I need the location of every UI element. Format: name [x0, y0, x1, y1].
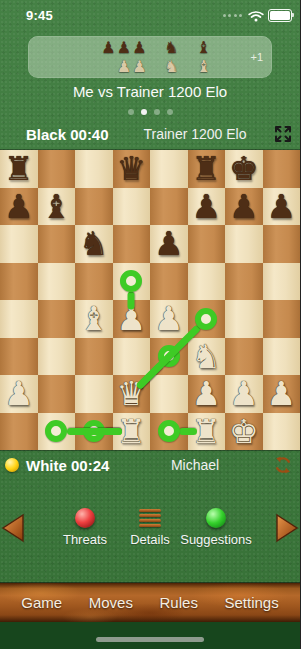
square-a6[interactable]	[0, 225, 38, 263]
square-e5[interactable]	[150, 263, 188, 301]
square-d5[interactable]	[113, 263, 151, 301]
captured-white-knight: ♞	[164, 57, 179, 76]
piece-white-pawn-g2[interactable]: ♟	[225, 375, 263, 413]
square-e8[interactable]	[150, 150, 188, 188]
square-c2[interactable]	[75, 375, 113, 413]
page-dot-0	[128, 109, 134, 115]
square-g3[interactable]	[225, 338, 263, 376]
control-row: Threats Details Suggestions	[0, 508, 300, 560]
chess-board: ♜♛♜♚♟♝♟♟♟♞♟♝♟♟♞♟♛♟♟♟♜♜♚	[0, 150, 300, 450]
status-bar: 9:45	[0, 0, 300, 30]
page-dot-1	[141, 109, 147, 115]
white-clock-bar: White 00:24 Michael	[0, 452, 300, 478]
captured-pieces-tray: ♟♟♟♞♝ ♟♟♞♝ +1	[28, 36, 272, 78]
piece-white-queen-d2[interactable]: ♛	[113, 375, 151, 413]
piece-black-pawn-e6[interactable]: ♟	[150, 225, 188, 263]
wifi-icon	[248, 10, 264, 22]
square-c5[interactable]	[75, 263, 113, 301]
battery-icon	[268, 9, 292, 22]
tab-settings[interactable]: Settings	[224, 594, 278, 611]
piece-black-pawn-f7[interactable]: ♟	[188, 188, 226, 226]
square-c8[interactable]	[75, 150, 113, 188]
captured-white-pawn: ♟	[132, 57, 147, 76]
square-e3[interactable]	[150, 338, 188, 376]
square-f3[interactable]: ♞	[188, 338, 226, 376]
square-b1[interactable]	[38, 413, 76, 451]
square-f7[interactable]: ♟	[188, 188, 226, 226]
square-g4[interactable]	[225, 300, 263, 338]
cellular-signal-icon	[223, 14, 243, 17]
page-dots	[0, 109, 300, 115]
square-a1[interactable]	[0, 413, 38, 451]
game-title: Me vs Trainer 1200 Elo	[0, 83, 300, 100]
captured-white-pieces-row: ♟♟♞♝	[34, 57, 266, 76]
page-dot-3	[167, 109, 173, 115]
square-b3[interactable]	[38, 338, 76, 376]
black-clock: Black 00:40	[26, 126, 109, 143]
fullscreen-icon[interactable]	[273, 124, 293, 144]
square-h7[interactable]: ♟	[263, 188, 301, 226]
square-g1[interactable]: ♚	[225, 413, 263, 451]
square-g6[interactable]	[225, 225, 263, 263]
tab-moves[interactable]: Moves	[89, 594, 133, 611]
piece-black-knight-c6[interactable]: ♞	[75, 225, 113, 263]
black-clock-bar: Black 00:40 Trainer 1200 Elo	[0, 121, 300, 147]
side-to-move-indicator	[5, 458, 19, 472]
square-g5[interactable]	[225, 263, 263, 301]
square-a3[interactable]	[0, 338, 38, 376]
piece-white-pawn-f2[interactable]: ♟	[188, 375, 226, 413]
square-f1[interactable]: ♜	[188, 413, 226, 451]
square-f8[interactable]: ♜	[188, 150, 226, 188]
piece-white-king-g1[interactable]: ♚	[225, 413, 263, 451]
square-h5[interactable]	[263, 263, 301, 301]
home-indicator[interactable]	[96, 637, 204, 642]
piece-black-bishop-b7[interactable]: ♝	[38, 188, 76, 226]
piece-black-pawn-h7[interactable]: ♟	[263, 188, 301, 226]
bottom-safe-area	[0, 622, 300, 649]
square-a4[interactable]	[0, 300, 38, 338]
details-label: Details	[130, 532, 170, 547]
next-move-button[interactable]	[275, 512, 299, 544]
captured-black-pawn: ♟	[101, 38, 116, 57]
captured-black-knight: ♞	[164, 38, 179, 57]
square-d6[interactable]	[113, 225, 151, 263]
details-button[interactable]	[139, 508, 161, 528]
square-b5[interactable]	[38, 263, 76, 301]
threats-label: Threats	[63, 532, 107, 547]
piece-white-pawn-h2[interactable]: ♟	[263, 375, 301, 413]
captured-black-pieces-row: ♟♟♟♞♝	[34, 38, 266, 57]
piece-white-pawn-e4[interactable]: ♟	[150, 300, 188, 338]
piece-white-pawn-a2[interactable]: ♟	[0, 375, 38, 413]
suggestions-label: Suggestions	[180, 532, 252, 547]
square-c7[interactable]	[75, 188, 113, 226]
square-g7[interactable]: ♟	[225, 188, 263, 226]
square-d2[interactable]: ♛	[113, 375, 151, 413]
square-d4[interactable]: ♟	[113, 300, 151, 338]
square-h8[interactable]	[263, 150, 301, 188]
piece-black-rook-f8[interactable]: ♜	[188, 150, 226, 188]
square-d1[interactable]: ♜	[113, 413, 151, 451]
square-f5[interactable]	[188, 263, 226, 301]
square-d8[interactable]: ♛	[113, 150, 151, 188]
tab-game[interactable]: Game	[21, 594, 62, 611]
white-player-name: Michael	[171, 457, 219, 473]
piece-white-pawn-d4[interactable]: ♟	[113, 300, 151, 338]
captured-white-bishop: ♝	[196, 57, 211, 76]
square-f6[interactable]	[188, 225, 226, 263]
material-advantage: +1	[250, 51, 263, 63]
square-b6[interactable]	[38, 225, 76, 263]
square-h4[interactable]	[263, 300, 301, 338]
square-e1[interactable]	[150, 413, 188, 451]
square-e6[interactable]: ♟	[150, 225, 188, 263]
square-e2[interactable]	[150, 375, 188, 413]
piece-black-pawn-g7[interactable]: ♟	[225, 188, 263, 226]
square-f2[interactable]: ♟	[188, 375, 226, 413]
square-g8[interactable]: ♚	[225, 150, 263, 188]
tab-rules[interactable]: Rules	[160, 594, 198, 611]
square-b4[interactable]	[38, 300, 76, 338]
piece-white-rook-d1[interactable]: ♜	[113, 413, 151, 451]
piece-white-rook-f1[interactable]: ♜	[188, 413, 226, 451]
square-b8[interactable]	[38, 150, 76, 188]
square-h6[interactable]	[263, 225, 301, 263]
piece-black-king-g8[interactable]: ♚	[225, 150, 263, 188]
square-g2[interactable]: ♟	[225, 375, 263, 413]
suggestions-toggle[interactable]	[206, 508, 226, 528]
captured-black-pawn: ♟	[117, 38, 132, 57]
rotate-board-icon[interactable]	[274, 456, 292, 474]
square-c3[interactable]	[75, 338, 113, 376]
square-c6[interactable]: ♞	[75, 225, 113, 263]
piece-black-rook-a8[interactable]: ♜	[0, 150, 38, 188]
square-f4[interactable]	[188, 300, 226, 338]
square-d7[interactable]	[113, 188, 151, 226]
square-c1[interactable]	[75, 413, 113, 451]
black-player-name: Trainer 1200 Elo	[144, 126, 247, 142]
status-time: 9:45	[26, 8, 53, 23]
square-a5[interactable]	[0, 263, 38, 301]
square-b7[interactable]: ♝	[38, 188, 76, 226]
square-c4[interactable]: ♝	[75, 300, 113, 338]
square-b2[interactable]	[38, 375, 76, 413]
square-a2[interactable]: ♟	[0, 375, 38, 413]
piece-white-knight-f3[interactable]: ♞	[188, 338, 226, 376]
captured-white-pawn: ♟	[117, 57, 132, 76]
square-a7[interactable]: ♟	[0, 188, 38, 226]
square-d3[interactable]	[113, 338, 151, 376]
piece-black-queen-d8[interactable]: ♛	[113, 150, 151, 188]
captured-black-pawn: ♟	[132, 38, 147, 57]
previous-move-button[interactable]	[1, 512, 25, 544]
app-screen: 9:45 ♟♟♟♞♝ ♟♟♞♝ +1 Me vs Trainer 1200 El…	[0, 0, 300, 649]
square-h3[interactable]	[263, 338, 301, 376]
square-h1[interactable]	[263, 413, 301, 451]
square-h2[interactable]: ♟	[263, 375, 301, 413]
threats-toggle[interactable]	[75, 508, 95, 528]
piece-black-pawn-a7[interactable]: ♟	[0, 188, 38, 226]
captured-black-bishop: ♝	[196, 38, 211, 57]
square-a8[interactable]: ♜	[0, 150, 38, 188]
bottom-tab-bar: Game Moves Rules Settings	[0, 583, 300, 622]
page-dot-2	[154, 109, 160, 115]
white-clock: White 00:24	[26, 457, 109, 474]
square-e7[interactable]	[150, 188, 188, 226]
piece-white-bishop-c4[interactable]: ♝	[75, 300, 113, 338]
square-e4[interactable]: ♟	[150, 300, 188, 338]
